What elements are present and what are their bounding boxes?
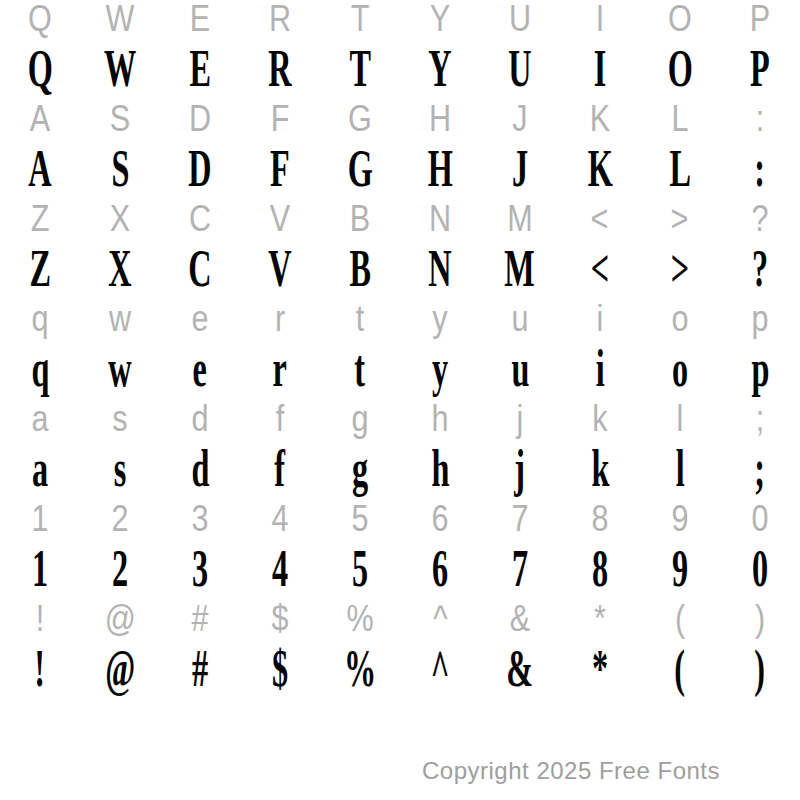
glyph-cell-r5-c2: X: [80, 194, 160, 244]
reference-glyph: q: [31, 301, 48, 337]
glyph-cell-r12-c10: 0: [720, 544, 800, 594]
reference-glyph: T: [351, 1, 370, 37]
glyph-cell-r7-c4: r: [240, 294, 320, 344]
glyph-cell-r14-c6: ^: [400, 644, 480, 694]
glyph-cell-r4-c6: H: [400, 144, 480, 194]
reference-glyph: 1: [31, 501, 48, 537]
specimen-glyph: F: [270, 143, 290, 195]
glyph-cell-r5-c5: B: [320, 194, 400, 244]
specimen-glyph: Y: [428, 43, 451, 95]
glyph-cell-r9-c5: g: [320, 394, 400, 444]
reference-glyph: 3: [191, 501, 208, 537]
reference-glyph: Q: [28, 1, 52, 37]
reference-glyph: 4: [271, 501, 288, 537]
reference-glyph: :: [756, 101, 765, 137]
reference-glyph: E: [190, 1, 210, 37]
glyph-cell-r3-c1: A: [0, 94, 80, 144]
glyph-cell-r2-c2: W: [80, 44, 160, 94]
glyph-cell-r11-c5: 5: [320, 494, 400, 544]
glyph-cell-r3-c4: F: [240, 94, 320, 144]
reference-glyph: >: [671, 201, 689, 237]
reference-glyph: C: [189, 201, 211, 237]
specimen-glyph: 4: [272, 543, 288, 595]
glyph-cell-r2-c9: O: [640, 44, 720, 94]
glyph-cell-r8-c8: i: [560, 344, 640, 394]
glyph-cell-r10-c4: f: [240, 444, 320, 494]
glyph-cell-r8-c6: y: [400, 344, 480, 394]
reference-glyph: k: [592, 401, 607, 437]
reference-glyph: ): [755, 601, 765, 637]
reference-glyph: 6: [431, 501, 448, 537]
specimen-glyph: u: [511, 343, 529, 395]
glyph-cell-r13-c1: !: [0, 594, 80, 644]
glyph-cell-r3-c10: :: [720, 94, 800, 144]
reference-glyph: 2: [111, 501, 128, 537]
glyph-cell-r7-c3: e: [160, 294, 240, 344]
specimen-glyph: d: [191, 443, 209, 495]
specimen-glyph: D: [188, 143, 211, 195]
specimen-glyph: l: [676, 443, 685, 495]
reference-glyph: @: [104, 601, 135, 637]
reference-glyph: h: [431, 401, 448, 437]
glyph-cell-r1-c3: E: [160, 0, 240, 44]
glyph-cell-r11-c3: 3: [160, 494, 240, 544]
glyph-cell-r8-c3: e: [160, 344, 240, 394]
glyph-cell-r3-c7: J: [480, 94, 560, 144]
glyph-cell-r7-c6: y: [400, 294, 480, 344]
glyph-cell-r4-c4: F: [240, 144, 320, 194]
reference-glyph: X: [110, 201, 130, 237]
glyph-cell-r12-c1: 1: [0, 544, 80, 594]
glyph-cell-r10-c2: s: [80, 444, 160, 494]
specimen-glyph: G: [347, 143, 372, 195]
specimen-glyph: f: [275, 443, 286, 495]
reference-glyph: r: [275, 301, 285, 337]
reference-glyph: V: [270, 201, 290, 237]
reference-glyph: 8: [591, 501, 608, 537]
glyph-cell-r9-c1: a: [0, 394, 80, 444]
specimen-glyph: *: [592, 643, 608, 695]
reference-glyph: L: [671, 101, 688, 137]
specimen-glyph: U: [508, 43, 531, 95]
glyph-cell-r3-c5: G: [320, 94, 400, 144]
specimen-glyph: A: [28, 143, 51, 195]
specimen-glyph: M: [505, 243, 535, 295]
glyph-cell-r11-c6: 6: [400, 494, 480, 544]
reference-glyph: D: [189, 101, 211, 137]
glyph-cell-r5-c10: ?: [720, 194, 800, 244]
glyph-cell-r6-c3: C: [160, 244, 240, 294]
glyph-cell-r6-c8: <: [560, 244, 640, 294]
reference-glyph: U: [509, 1, 531, 37]
glyph-cell-r12-c8: 8: [560, 544, 640, 594]
glyph-cell-r8-c7: u: [480, 344, 560, 394]
specimen-glyph: N: [428, 243, 451, 295]
glyph-cell-r13-c4: $: [240, 594, 320, 644]
reference-glyph: o: [671, 301, 688, 337]
glyph-cell-r5-c4: V: [240, 194, 320, 244]
specimen-glyph: ^: [431, 643, 450, 695]
specimen-glyph: e: [193, 343, 207, 395]
specimen-glyph: !: [35, 643, 46, 695]
glyph-cell-r14-c3: #: [160, 644, 240, 694]
specimen-glyph: ): [755, 643, 766, 695]
glyph-cell-r5-c3: C: [160, 194, 240, 244]
glyph-cell-r1-c1: Q: [0, 0, 80, 44]
glyph-cell-r12-c2: 2: [80, 544, 160, 594]
reference-glyph: F: [271, 101, 290, 137]
reference-glyph: S: [110, 101, 130, 137]
specimen-glyph: K: [587, 143, 612, 195]
glyph-cell-r7-c2: w: [80, 294, 160, 344]
specimen-glyph: H: [427, 143, 452, 195]
glyph-cell-r13-c10: ): [720, 594, 800, 644]
glyph-cell-r10-c10: ;: [720, 444, 800, 494]
glyph-cell-r2-c5: T: [320, 44, 400, 94]
glyph-cell-r8-c2: w: [80, 344, 160, 394]
glyph-cell-r13-c2: @: [80, 594, 160, 644]
reference-glyph: 7: [511, 501, 528, 537]
specimen-glyph: @: [105, 643, 135, 695]
glyph-cell-r3-c6: H: [400, 94, 480, 144]
specimen-glyph: 5: [352, 543, 368, 595]
glyph-cell-r12-c4: 4: [240, 544, 320, 594]
specimen-glyph: C: [188, 243, 211, 295]
glyph-cell-r7-c7: u: [480, 294, 560, 344]
glyph-cell-r11-c8: 8: [560, 494, 640, 544]
specimen-glyph: Q: [27, 43, 52, 95]
glyph-cell-r5-c1: Z: [0, 194, 80, 244]
reference-glyph: !: [36, 601, 45, 637]
specimen-glyph: :: [755, 143, 766, 195]
reference-glyph: N: [429, 201, 451, 237]
specimen-glyph: 9: [672, 543, 688, 595]
glyph-cell-r1-c7: U: [480, 0, 560, 44]
reference-glyph: #: [191, 601, 208, 637]
specimen-glyph: S: [111, 143, 129, 195]
glyph-cell-r7-c5: t: [320, 294, 400, 344]
copyright-text: Copyright 2025 Free Fonts: [422, 757, 720, 785]
glyph-cell-r4-c7: J: [480, 144, 560, 194]
specimen-glyph: E: [189, 43, 211, 95]
glyph-cell-r14-c10: ): [720, 644, 800, 694]
specimen-glyph: r: [273, 343, 287, 395]
specimen-glyph: &: [507, 643, 534, 695]
reference-glyph: P: [750, 1, 770, 37]
glyph-cell-r5-c7: M: [480, 194, 560, 244]
glyph-cell-r9-c2: s: [80, 394, 160, 444]
glyph-cell-r4-c10: :: [720, 144, 800, 194]
specimen-glyph: (: [675, 643, 686, 695]
specimen-glyph: ?: [752, 243, 768, 295]
glyph-cell-r8-c9: o: [640, 344, 720, 394]
reference-glyph: *: [594, 601, 606, 637]
reference-glyph: s: [112, 401, 127, 437]
glyph-cell-r4-c1: A: [0, 144, 80, 194]
reference-glyph: t: [356, 301, 365, 337]
glyph-cell-r9-c8: k: [560, 394, 640, 444]
reference-glyph: M: [507, 201, 533, 237]
glyph-cell-r10-c9: l: [640, 444, 720, 494]
specimen-glyph: w: [108, 343, 131, 395]
specimen-glyph: y: [432, 343, 448, 395]
glyph-cell-r2-c4: R: [240, 44, 320, 94]
reference-glyph: &: [510, 601, 530, 637]
specimen-glyph: Z: [29, 243, 51, 295]
glyph-cell-r8-c1: q: [0, 344, 80, 394]
specimen-glyph: p: [751, 343, 769, 395]
reference-glyph: l: [677, 401, 684, 437]
glyph-cell-r14-c4: $: [240, 644, 320, 694]
glyph-cell-r9-c9: l: [640, 394, 720, 444]
specimen-glyph: 3: [192, 543, 208, 595]
specimen-glyph: >: [671, 243, 689, 295]
glyph-cell-r6-c5: B: [320, 244, 400, 294]
specimen-glyph: O: [667, 43, 692, 95]
glyph-cell-r6-c4: V: [240, 244, 320, 294]
glyph-cell-r12-c6: 6: [400, 544, 480, 594]
reference-glyph: g: [351, 401, 368, 437]
glyph-cell-r12-c3: 3: [160, 544, 240, 594]
glyph-cell-r9-c6: h: [400, 394, 480, 444]
glyph-cell-r6-c10: ?: [720, 244, 800, 294]
glyph-cell-r3-c2: S: [80, 94, 160, 144]
specimen-glyph: q: [31, 343, 49, 395]
reference-glyph: j: [517, 401, 524, 437]
reference-glyph: d: [191, 401, 208, 437]
reference-glyph: 0: [751, 501, 768, 537]
glyph-cell-r6-c7: M: [480, 244, 560, 294]
specimen-glyph: 1: [32, 543, 48, 595]
specimen-glyph: 2: [112, 543, 128, 595]
specimen-glyph: 8: [592, 543, 608, 595]
reference-glyph: R: [269, 1, 291, 37]
reference-glyph: ;: [756, 401, 765, 437]
reference-glyph: e: [191, 301, 208, 337]
specimen-glyph: i: [596, 343, 605, 395]
glyph-cell-r4-c9: L: [640, 144, 720, 194]
specimen-glyph: $: [272, 643, 288, 695]
glyph-cell-r6-c2: X: [80, 244, 160, 294]
reference-glyph: u: [511, 301, 528, 337]
reference-glyph: Y: [430, 1, 450, 37]
reference-glyph: W: [106, 1, 135, 37]
glyph-cell-r1-c2: W: [80, 0, 160, 44]
glyph-cell-r13-c6: ^: [400, 594, 480, 644]
specimen-glyph: #: [192, 643, 208, 695]
glyph-cell-r14-c9: (: [640, 644, 720, 694]
glyph-cell-r8-c10: p: [720, 344, 800, 394]
glyph-cell-r11-c7: 7: [480, 494, 560, 544]
specimen-glyph: <: [591, 243, 609, 295]
glyph-cell-r14-c2: @: [80, 644, 160, 694]
glyph-cell-r14-c1: !: [0, 644, 80, 694]
glyph-cell-r11-c1: 1: [0, 494, 80, 544]
glyph-cell-r9-c4: f: [240, 394, 320, 444]
glyph-cell-r11-c2: 2: [80, 494, 160, 544]
glyph-cell-r12-c9: 9: [640, 544, 720, 594]
reference-glyph: 5: [351, 501, 368, 537]
reference-glyph: a: [31, 401, 48, 437]
specimen-glyph: h: [431, 443, 449, 495]
specimen-glyph: a: [32, 443, 48, 495]
glyph-cell-r5-c8: <: [560, 194, 640, 244]
glyph-cell-r2-c3: E: [160, 44, 240, 94]
font-specimen-page: { "game": "font-specimen-character-grid"…: [0, 0, 800, 800]
reference-glyph: H: [429, 101, 451, 137]
glyph-cell-r10-c6: h: [400, 444, 480, 494]
specimen-glyph: g: [352, 443, 368, 495]
glyph-cell-r13-c3: #: [160, 594, 240, 644]
glyph-cell-r4-c2: S: [80, 144, 160, 194]
specimen-glyph: 0: [752, 543, 768, 595]
glyph-cell-r5-c9: >: [640, 194, 720, 244]
reference-glyph: I: [596, 1, 605, 37]
glyph-cell-r2-c6: Y: [400, 44, 480, 94]
glyph-cell-r10-c1: a: [0, 444, 80, 494]
specimen-glyph: j: [515, 443, 526, 495]
glyph-cell-r13-c8: *: [560, 594, 640, 644]
reference-glyph: J: [512, 101, 527, 137]
specimen-glyph: V: [268, 243, 291, 295]
glyph-cell-r7-c8: i: [560, 294, 640, 344]
glyph-cell-r1-c6: Y: [400, 0, 480, 44]
glyph-cell-r3-c8: K: [560, 94, 640, 144]
specimen-glyph: X: [108, 243, 131, 295]
specimen-glyph: %: [344, 643, 376, 695]
specimen-glyph: I: [594, 43, 607, 95]
glyph-cell-r9-c7: j: [480, 394, 560, 444]
specimen-glyph: 6: [432, 543, 448, 595]
specimen-glyph: t: [355, 343, 366, 395]
reference-glyph: w: [109, 301, 131, 337]
glyph-cell-r13-c9: (: [640, 594, 720, 644]
glyph-cell-r14-c8: *: [560, 644, 640, 694]
reference-glyph: ?: [751, 201, 768, 237]
glyph-cell-r10-c7: j: [480, 444, 560, 494]
glyph-cell-r2-c10: P: [720, 44, 800, 94]
glyph-cell-r7-c9: o: [640, 294, 720, 344]
specimen-glyph: ;: [755, 443, 766, 495]
reference-glyph: ^: [433, 601, 447, 637]
glyph-cell-r4-c5: G: [320, 144, 400, 194]
reference-glyph: B: [350, 201, 370, 237]
reference-glyph: 9: [671, 501, 688, 537]
glyph-cell-r9-c10: ;: [720, 394, 800, 444]
glyph-cell-r12-c5: 5: [320, 544, 400, 594]
glyph-cell-r2-c7: U: [480, 44, 560, 94]
specimen-glyph: k: [591, 443, 609, 495]
glyph-cell-r8-c5: t: [320, 344, 400, 394]
reference-glyph: Z: [31, 201, 50, 237]
specimen-glyph: B: [349, 243, 371, 295]
glyph-cell-r1-c9: O: [640, 0, 720, 44]
reference-glyph: <: [591, 201, 609, 237]
reference-glyph: p: [751, 301, 768, 337]
glyph-cell-r4-c8: K: [560, 144, 640, 194]
glyph-cell-r2-c1: Q: [0, 44, 80, 94]
character-grid: QWERTYUIOPQWERTYUIOPASDFGHJKL:ASDFGHJKL:…: [0, 0, 800, 694]
glyph-cell-r10-c5: g: [320, 444, 400, 494]
glyph-cell-r5-c6: N: [400, 194, 480, 244]
glyph-cell-r9-c3: d: [160, 394, 240, 444]
glyph-cell-r10-c3: d: [160, 444, 240, 494]
glyph-cell-r10-c8: k: [560, 444, 640, 494]
glyph-cell-r1-c10: P: [720, 0, 800, 44]
reference-glyph: %: [346, 601, 373, 637]
glyph-cell-r13-c7: &: [480, 594, 560, 644]
reference-glyph: A: [30, 101, 50, 137]
specimen-glyph: o: [672, 343, 688, 395]
glyph-cell-r7-c10: p: [720, 294, 800, 344]
specimen-glyph: s: [114, 443, 127, 495]
glyph-cell-r12-c7: 7: [480, 544, 560, 594]
glyph-cell-r6-c1: Z: [0, 244, 80, 294]
glyph-cell-r1-c4: R: [240, 0, 320, 44]
reference-glyph: O: [668, 1, 692, 37]
specimen-glyph: P: [750, 43, 770, 95]
glyph-cell-r4-c3: D: [160, 144, 240, 194]
glyph-cell-r1-c8: I: [560, 0, 640, 44]
glyph-cell-r11-c10: 0: [720, 494, 800, 544]
glyph-cell-r6-c6: N: [400, 244, 480, 294]
specimen-glyph: T: [349, 43, 371, 95]
glyph-cell-r14-c7: &: [480, 644, 560, 694]
specimen-glyph: J: [512, 143, 528, 195]
specimen-glyph: R: [268, 43, 291, 95]
reference-glyph: (: [675, 601, 685, 637]
glyph-cell-r14-c5: %: [320, 644, 400, 694]
glyph-cell-r11-c9: 9: [640, 494, 720, 544]
glyph-cell-r1-c5: T: [320, 0, 400, 44]
reference-glyph: K: [590, 101, 610, 137]
reference-glyph: G: [348, 101, 372, 137]
specimen-glyph: L: [669, 143, 691, 195]
glyph-cell-r13-c5: %: [320, 594, 400, 644]
glyph-cell-r11-c4: 4: [240, 494, 320, 544]
glyph-cell-r6-c9: >: [640, 244, 720, 294]
glyph-cell-r3-c9: L: [640, 94, 720, 144]
specimen-glyph: 7: [512, 543, 528, 595]
specimen-glyph: W: [104, 43, 136, 95]
reference-glyph: y: [432, 301, 447, 337]
reference-glyph: $: [271, 601, 288, 637]
glyph-cell-r8-c4: r: [240, 344, 320, 394]
reference-glyph: f: [276, 401, 285, 437]
reference-glyph: i: [597, 301, 604, 337]
glyph-cell-r7-c1: q: [0, 294, 80, 344]
glyph-cell-r3-c3: D: [160, 94, 240, 144]
glyph-cell-r2-c8: I: [560, 44, 640, 94]
